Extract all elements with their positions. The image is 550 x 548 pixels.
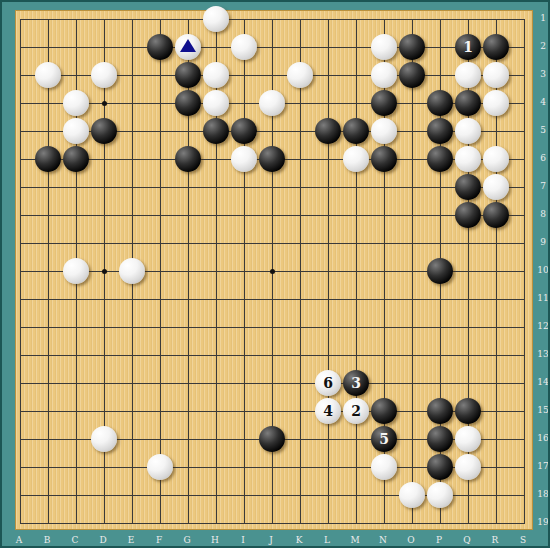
white-stone-Q6: [455, 146, 481, 172]
black-stone-R8: [483, 202, 509, 228]
white-stone-B3: [35, 62, 61, 88]
black-stone-N16: 5: [371, 426, 397, 452]
black-stone-L5: [315, 118, 341, 144]
row-label-2: 2: [535, 38, 550, 54]
col-label-O: O: [404, 532, 418, 548]
white-stone-R3: [483, 62, 509, 88]
col-label-B: B: [40, 532, 54, 548]
white-stone-Q17: [455, 454, 481, 480]
black-stone-G4: [175, 90, 201, 116]
grid-line-horizontal: [20, 327, 525, 328]
black-stone-J16: [259, 426, 285, 452]
white-stone-J4: [259, 90, 285, 116]
black-stone-M14: 3: [343, 370, 369, 396]
white-stone-N2: [371, 34, 397, 60]
white-stone-H1: [203, 6, 229, 32]
row-label-4: 4: [535, 94, 550, 110]
col-label-R: R: [488, 532, 502, 548]
white-stone-L15: 4: [315, 398, 341, 424]
black-stone-B6: [35, 146, 61, 172]
move-number-label: 3: [351, 376, 361, 390]
white-stone-M15: 2: [343, 398, 369, 424]
black-stone-H5: [203, 118, 229, 144]
black-stone-F2: [147, 34, 173, 60]
star-point-D10: [102, 269, 107, 274]
white-stone-N5: [371, 118, 397, 144]
row-label-10: 10: [535, 262, 550, 278]
row-label-9: 9: [535, 234, 550, 250]
go-board[interactable]: 163425: [15, 10, 533, 530]
white-stone-C4: [63, 90, 89, 116]
row-label-8: 8: [535, 206, 550, 222]
grid-line-vertical: [524, 19, 525, 524]
black-stone-P5: [427, 118, 453, 144]
black-stone-C6: [63, 146, 89, 172]
grid-line-vertical: [328, 19, 329, 524]
col-label-J: J: [264, 532, 278, 548]
col-label-K: K: [292, 532, 306, 548]
white-stone-C10: [63, 258, 89, 284]
white-stone-Q5: [455, 118, 481, 144]
col-label-S: S: [516, 532, 530, 548]
black-stone-Q4: [455, 90, 481, 116]
white-stone-Q16: [455, 426, 481, 452]
col-label-G: G: [180, 532, 194, 548]
black-stone-P6: [427, 146, 453, 172]
grid-line-horizontal: [20, 383, 525, 384]
black-stone-P17: [427, 454, 453, 480]
move-number-label: 4: [323, 404, 333, 418]
black-stone-P4: [427, 90, 453, 116]
white-stone-H3: [203, 62, 229, 88]
col-label-H: H: [208, 532, 222, 548]
row-label-1: 1: [535, 10, 550, 26]
white-stone-K3: [287, 62, 313, 88]
black-stone-P15: [427, 398, 453, 424]
white-stone-G2: [175, 34, 201, 60]
row-label-17: 17: [535, 458, 550, 474]
row-label-6: 6: [535, 150, 550, 166]
grid-line-vertical: [412, 19, 413, 524]
black-stone-O2: [399, 34, 425, 60]
black-stone-Q8: [455, 202, 481, 228]
black-stone-J6: [259, 146, 285, 172]
row-label-15: 15: [535, 402, 550, 418]
row-label-13: 13: [535, 346, 550, 362]
black-stone-N4: [371, 90, 397, 116]
col-label-Q: Q: [460, 532, 474, 548]
grid-line-vertical: [300, 19, 301, 524]
white-stone-M6: [343, 146, 369, 172]
grid-line-vertical: [356, 19, 357, 524]
white-stone-D16: [91, 426, 117, 452]
white-stone-C5: [63, 118, 89, 144]
col-label-F: F: [152, 532, 166, 548]
white-stone-N3: [371, 62, 397, 88]
go-game-window: 163425 ABCDEFGHIJKLMNOPQRS12345678910111…: [0, 0, 550, 548]
col-label-C: C: [68, 532, 82, 548]
row-label-19: 19: [535, 514, 550, 530]
black-stone-R2: [483, 34, 509, 60]
white-stone-L14: 6: [315, 370, 341, 396]
move-number-label: 5: [379, 432, 389, 446]
star-point-J10: [270, 269, 275, 274]
col-label-N: N: [376, 532, 390, 548]
last-move-triangle-marker: [180, 39, 196, 52]
row-label-12: 12: [535, 318, 550, 334]
black-stone-N15: [371, 398, 397, 424]
black-stone-G3: [175, 62, 201, 88]
row-label-18: 18: [535, 486, 550, 502]
white-stone-P18: [427, 482, 453, 508]
white-stone-O18: [399, 482, 425, 508]
black-stone-P10: [427, 258, 453, 284]
black-stone-Q7: [455, 174, 481, 200]
row-label-5: 5: [535, 122, 550, 138]
black-stone-P16: [427, 426, 453, 452]
white-stone-R6: [483, 146, 509, 172]
col-label-I: I: [236, 532, 250, 548]
move-number-label: 1: [463, 40, 473, 54]
row-label-3: 3: [535, 66, 550, 82]
move-number-label: 6: [323, 376, 333, 390]
white-stone-Q3: [455, 62, 481, 88]
row-label-14: 14: [535, 374, 550, 390]
black-stone-N6: [371, 146, 397, 172]
grid-line-horizontal: [20, 523, 525, 524]
row-label-11: 11: [535, 290, 550, 306]
white-stone-I2: [231, 34, 257, 60]
black-stone-Q15: [455, 398, 481, 424]
col-label-M: M: [348, 532, 362, 548]
col-label-P: P: [432, 532, 446, 548]
white-stone-F17: [147, 454, 173, 480]
white-stone-R4: [483, 90, 509, 116]
white-stone-D3: [91, 62, 117, 88]
white-stone-H4: [203, 90, 229, 116]
black-stone-D5: [91, 118, 117, 144]
col-label-D: D: [96, 532, 110, 548]
white-stone-R7: [483, 174, 509, 200]
row-label-16: 16: [535, 430, 550, 446]
black-stone-I5: [231, 118, 257, 144]
grid-line-horizontal: [20, 355, 525, 356]
col-label-E: E: [124, 532, 138, 548]
white-stone-N17: [371, 454, 397, 480]
white-stone-E10: [119, 258, 145, 284]
black-stone-G6: [175, 146, 201, 172]
grid-line-horizontal: [20, 299, 525, 300]
white-stone-I6: [231, 146, 257, 172]
star-point-D4: [102, 101, 107, 106]
col-label-A: A: [12, 532, 26, 548]
row-label-7: 7: [535, 178, 550, 194]
black-stone-O3: [399, 62, 425, 88]
black-stone-M5: [343, 118, 369, 144]
black-stone-Q2: 1: [455, 34, 481, 60]
col-label-L: L: [320, 532, 334, 548]
move-number-label: 2: [351, 404, 361, 418]
